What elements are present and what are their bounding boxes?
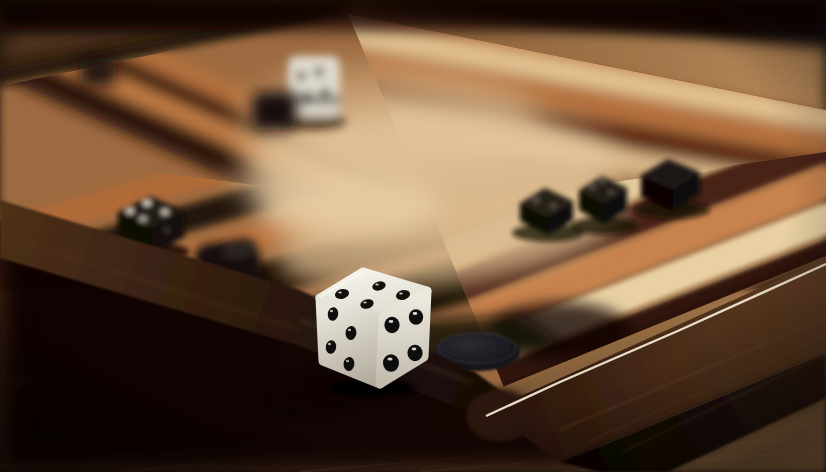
color-grade <box>0 0 826 472</box>
photo-canvas <box>0 0 826 472</box>
vignette <box>0 0 826 472</box>
backgammon-photo <box>0 0 826 472</box>
